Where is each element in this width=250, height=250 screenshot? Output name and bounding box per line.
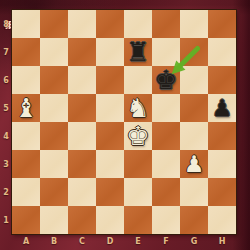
file-label-c: C bbox=[76, 237, 88, 246]
square-c6[interactable] bbox=[68, 66, 96, 94]
square-g6[interactable] bbox=[180, 66, 208, 94]
mini-board-icon bbox=[5, 21, 11, 29]
square-g4[interactable] bbox=[180, 122, 208, 150]
square-d6[interactable] bbox=[96, 66, 124, 94]
square-g2[interactable] bbox=[180, 178, 208, 206]
square-b6[interactable] bbox=[40, 66, 68, 94]
square-c7[interactable] bbox=[68, 38, 96, 66]
square-c4[interactable] bbox=[68, 122, 96, 150]
rank-label-2: 2 bbox=[0, 188, 12, 197]
square-a2[interactable] bbox=[12, 178, 40, 206]
file-label-a: A bbox=[20, 237, 32, 246]
white-knight[interactable]: ♞ bbox=[124, 94, 152, 122]
square-c2[interactable] bbox=[68, 178, 96, 206]
square-e3[interactable] bbox=[124, 150, 152, 178]
rank-label-4: 4 bbox=[0, 132, 12, 141]
square-e8[interactable] bbox=[124, 10, 152, 38]
rank-label-1: 1 bbox=[0, 216, 12, 225]
black-rook[interactable]: ♜ bbox=[124, 38, 152, 66]
rank-label-7: 7 bbox=[0, 48, 12, 57]
rank-label-6: 6 bbox=[0, 76, 12, 85]
file-label-g: G bbox=[188, 237, 200, 246]
square-h5[interactable]: ♟ bbox=[208, 94, 236, 122]
chess-board-window: ♜♚♝♞♟♚♟ 87654321 ABCDEFGH bbox=[0, 0, 250, 250]
square-d7[interactable] bbox=[96, 38, 124, 66]
square-h1[interactable] bbox=[208, 206, 236, 234]
square-g7[interactable] bbox=[180, 38, 208, 66]
square-f8[interactable] bbox=[152, 10, 180, 38]
square-e2[interactable] bbox=[124, 178, 152, 206]
square-a3[interactable] bbox=[12, 150, 40, 178]
square-a4[interactable] bbox=[12, 122, 40, 150]
square-h6[interactable] bbox=[208, 66, 236, 94]
black-king[interactable]: ♚ bbox=[152, 66, 180, 94]
square-e4[interactable]: ♚ bbox=[124, 122, 152, 150]
square-a1[interactable] bbox=[12, 206, 40, 234]
square-d4[interactable] bbox=[96, 122, 124, 150]
square-f7[interactable] bbox=[152, 38, 180, 66]
rank-label-5: 5 bbox=[0, 104, 12, 113]
square-h3[interactable] bbox=[208, 150, 236, 178]
square-b7[interactable] bbox=[40, 38, 68, 66]
square-e6[interactable] bbox=[124, 66, 152, 94]
square-b4[interactable] bbox=[40, 122, 68, 150]
square-b8[interactable] bbox=[40, 10, 68, 38]
square-h4[interactable] bbox=[208, 122, 236, 150]
square-b1[interactable] bbox=[40, 206, 68, 234]
square-h7[interactable] bbox=[208, 38, 236, 66]
square-d8[interactable] bbox=[96, 10, 124, 38]
square-g3[interactable]: ♟ bbox=[180, 150, 208, 178]
square-f4[interactable] bbox=[152, 122, 180, 150]
square-a8[interactable] bbox=[12, 10, 40, 38]
rank-label-3: 3 bbox=[0, 160, 12, 169]
square-g5[interactable] bbox=[180, 94, 208, 122]
square-f3[interactable] bbox=[152, 150, 180, 178]
white-bishop[interactable]: ♝ bbox=[12, 94, 40, 122]
square-d5[interactable] bbox=[96, 94, 124, 122]
square-a5[interactable]: ♝ bbox=[12, 94, 40, 122]
white-king[interactable]: ♚ bbox=[124, 122, 152, 150]
square-f2[interactable] bbox=[152, 178, 180, 206]
square-a7[interactable] bbox=[12, 38, 40, 66]
square-c5[interactable] bbox=[68, 94, 96, 122]
white-pawn[interactable]: ♟ bbox=[180, 150, 208, 178]
file-label-b: B bbox=[48, 237, 60, 246]
square-d3[interactable] bbox=[96, 150, 124, 178]
square-e7[interactable]: ♜ bbox=[124, 38, 152, 66]
square-d1[interactable] bbox=[96, 206, 124, 234]
file-label-e: E bbox=[132, 237, 144, 246]
square-g8[interactable] bbox=[180, 10, 208, 38]
file-label-f: F bbox=[160, 237, 172, 246]
square-b2[interactable] bbox=[40, 178, 68, 206]
square-d2[interactable] bbox=[96, 178, 124, 206]
square-e5[interactable]: ♞ bbox=[124, 94, 152, 122]
square-f6[interactable]: ♚ bbox=[152, 66, 180, 94]
black-pawn[interactable]: ♟ bbox=[208, 94, 236, 122]
square-e1[interactable] bbox=[124, 206, 152, 234]
square-f5[interactable] bbox=[152, 94, 180, 122]
square-b3[interactable] bbox=[40, 150, 68, 178]
board[interactable]: ♜♚♝♞♟♚♟ bbox=[12, 10, 236, 234]
square-h8[interactable] bbox=[208, 10, 236, 38]
square-a6[interactable] bbox=[12, 66, 40, 94]
square-c1[interactable] bbox=[68, 206, 96, 234]
square-c3[interactable] bbox=[68, 150, 96, 178]
square-b5[interactable] bbox=[40, 94, 68, 122]
square-f1[interactable] bbox=[152, 206, 180, 234]
file-label-d: D bbox=[104, 237, 116, 246]
square-h2[interactable] bbox=[208, 178, 236, 206]
square-g1[interactable] bbox=[180, 206, 208, 234]
file-label-h: H bbox=[216, 237, 228, 246]
square-c8[interactable] bbox=[68, 10, 96, 38]
